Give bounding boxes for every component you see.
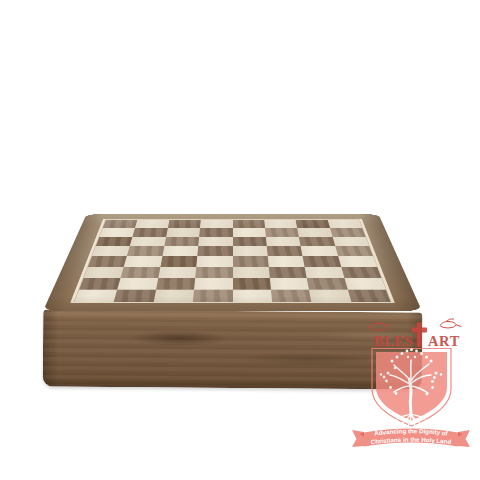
board-square — [166, 228, 200, 237]
board-square — [233, 278, 271, 290]
board-square — [303, 256, 341, 266]
oil-lamp-icon — [368, 322, 390, 331]
board-square — [301, 246, 338, 256]
shield-emblem — [372, 348, 451, 426]
board-square — [233, 246, 268, 256]
board-square — [233, 256, 269, 266]
board-square — [160, 256, 197, 266]
board-square — [271, 289, 312, 301]
board-square — [193, 289, 233, 301]
board-square — [199, 228, 232, 237]
board-square — [266, 237, 301, 246]
board-square — [297, 228, 332, 237]
chessboard — [74, 220, 390, 302]
brand-text-suffix: ART — [428, 333, 460, 349]
board-square — [114, 289, 156, 301]
board-square — [332, 237, 369, 246]
board-square — [198, 237, 232, 246]
latin-cross-icon — [412, 323, 428, 348]
board-square — [124, 256, 162, 266]
board-square — [92, 246, 130, 256]
board-square — [74, 289, 117, 301]
board-square — [270, 278, 309, 290]
board-square — [233, 228, 266, 237]
board-square — [127, 246, 164, 256]
board-square — [103, 220, 138, 228]
board-square — [347, 289, 390, 301]
board-square — [158, 267, 196, 278]
board-square — [267, 246, 303, 256]
board-square — [196, 256, 232, 266]
board-square — [305, 267, 344, 278]
ribbon-banner: Advancing the Dignity of Christians in t… — [352, 427, 470, 447]
board-square — [133, 228, 168, 237]
board-square — [153, 289, 194, 301]
board-square — [99, 228, 135, 237]
board-top — [43, 214, 422, 311]
board-square — [156, 278, 195, 290]
board-square — [233, 289, 273, 301]
board-square — [307, 278, 348, 290]
board-square — [130, 237, 166, 246]
board-square — [264, 220, 297, 228]
board-square — [96, 237, 133, 246]
board-square — [164, 237, 199, 246]
board-square — [88, 256, 127, 266]
dove-icon — [440, 319, 462, 328]
board-square — [118, 278, 159, 290]
board-square — [299, 237, 335, 246]
board-square — [195, 267, 232, 278]
svg-text:Christians in the Holy Land: Christians in the Holy Land — [370, 436, 452, 445]
board-square — [296, 220, 330, 228]
board-square — [335, 246, 373, 256]
board-square — [233, 267, 270, 278]
board-square — [84, 267, 124, 278]
board-square — [265, 228, 299, 237]
product-photo: BLES ART — [0, 0, 480, 480]
board-square — [79, 278, 121, 290]
board-square — [162, 246, 198, 256]
board-square — [327, 220, 362, 228]
board-square — [233, 220, 265, 228]
board-square — [338, 256, 377, 266]
board-square — [121, 267, 160, 278]
tagline-line2: Christians in the Holy Land — [370, 436, 452, 445]
board-square — [269, 267, 307, 278]
board-square — [135, 220, 169, 228]
brand-text-prefix: BLES — [374, 333, 413, 349]
board-square — [309, 289, 351, 301]
board-square — [341, 267, 381, 278]
board-square — [197, 246, 232, 256]
board-square — [268, 256, 305, 266]
board-square — [200, 220, 232, 228]
blest-art-watermark: BLES ART — [350, 313, 470, 453]
board-square — [330, 228, 366, 237]
board-square — [344, 278, 386, 290]
board-square — [233, 237, 267, 246]
board-square — [194, 278, 232, 290]
board-square — [168, 220, 201, 228]
